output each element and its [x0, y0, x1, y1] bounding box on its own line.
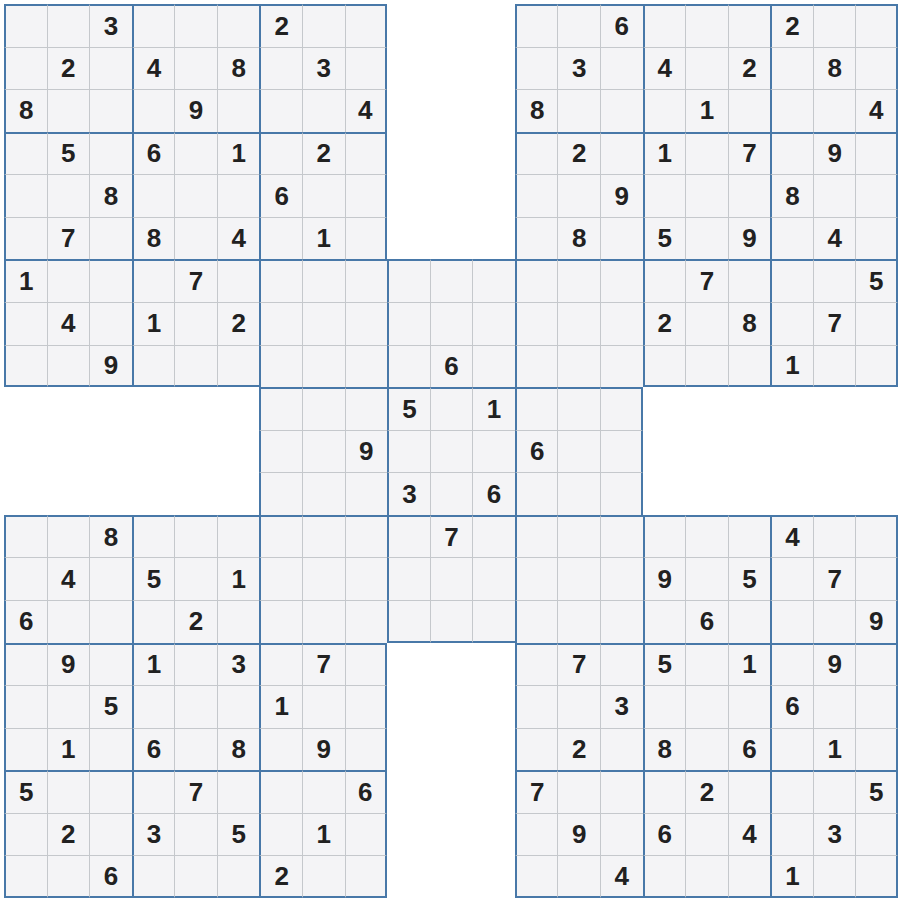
empty-cell-r10c8[interactable] [302, 387, 345, 430]
empty-cell-r8c1[interactable] [4, 302, 47, 345]
empty-cell-r1c4[interactable] [132, 4, 175, 47]
empty-cell-r12c13[interactable] [515, 472, 558, 515]
empty-cell-r1c17[interactable] [685, 4, 728, 47]
empty-cell-r1c9[interactable] [345, 4, 388, 47]
empty-cell-r18c3[interactable] [89, 728, 132, 771]
empty-cell-r4c15[interactable] [600, 132, 643, 175]
empty-cell-r4c13[interactable] [515, 132, 558, 175]
empty-cell-r9c17[interactable] [685, 345, 728, 388]
given-cell-r4c18: 7 [728, 132, 771, 175]
empty-cell-r7c2[interactable] [47, 259, 90, 302]
empty-cell-r16c19[interactable] [770, 643, 813, 686]
given-cell-r4c8: 2 [302, 132, 345, 175]
void-cell-r16c12 [472, 643, 515, 686]
empty-cell-r7c9[interactable] [345, 259, 388, 302]
empty-cell-r3c19[interactable] [770, 89, 813, 132]
empty-cell-r4c9[interactable] [345, 132, 388, 175]
empty-cell-r2c15[interactable] [600, 47, 643, 90]
empty-cell-r13c1[interactable] [4, 515, 47, 558]
given-cell-r5c15: 9 [600, 174, 643, 217]
empty-cell-r8c3[interactable] [89, 302, 132, 345]
empty-cell-r13c21[interactable] [855, 515, 898, 558]
empty-cell-r17c8[interactable] [302, 685, 345, 728]
empty-cell-r11c11[interactable] [430, 430, 473, 473]
empty-cell-r20c1[interactable] [4, 813, 47, 856]
empty-cell-r14c1[interactable] [4, 557, 47, 600]
empty-cell-r13c14[interactable] [557, 515, 600, 558]
empty-cell-r5c5[interactable] [174, 174, 217, 217]
empty-cell-r17c20[interactable] [813, 685, 856, 728]
empty-cell-r8c5[interactable] [174, 302, 217, 345]
empty-cell-r1c14[interactable] [557, 4, 600, 47]
empty-cell-r6c13[interactable] [515, 217, 558, 260]
empty-cell-r1c2[interactable] [47, 4, 90, 47]
empty-cell-r21c8[interactable] [302, 855, 345, 898]
empty-cell-r2c21[interactable] [855, 47, 898, 90]
empty-cell-r5c8[interactable] [302, 174, 345, 217]
empty-cell-r19c8[interactable] [302, 770, 345, 813]
empty-cell-r13c9[interactable] [345, 515, 388, 558]
empty-cell-r11c7[interactable] [259, 430, 302, 473]
empty-cell-r18c5[interactable] [174, 728, 217, 771]
empty-cell-r12c9[interactable] [345, 472, 388, 515]
empty-cell-r3c8[interactable] [302, 89, 345, 132]
empty-cell-r16c21[interactable] [855, 643, 898, 686]
void-cell-r3c11 [430, 89, 473, 132]
empty-cell-r5c18[interactable] [728, 174, 771, 217]
void-cell-r11c21 [855, 430, 898, 473]
empty-cell-r8c9[interactable] [345, 302, 388, 345]
empty-cell-r14c17[interactable] [685, 557, 728, 600]
empty-cell-r8c14[interactable] [557, 302, 600, 345]
empty-cell-r3c18[interactable] [728, 89, 771, 132]
empty-cell-r19c19[interactable] [770, 770, 813, 813]
empty-cell-r10c11[interactable] [430, 387, 473, 430]
empty-cell-r8c13[interactable] [515, 302, 558, 345]
empty-cell-r19c14[interactable] [557, 770, 600, 813]
empty-cell-r9c4[interactable] [132, 345, 175, 388]
empty-cell-r16c9[interactable] [345, 643, 388, 686]
empty-cell-r18c19[interactable] [770, 728, 813, 771]
given-cell-r20c6: 5 [217, 813, 260, 856]
empty-cell-r20c15[interactable] [600, 813, 643, 856]
empty-cell-r8c12[interactable] [472, 302, 515, 345]
empty-cell-r17c13[interactable] [515, 685, 558, 728]
empty-cell-r17c18[interactable] [728, 685, 771, 728]
empty-cell-r3c3[interactable] [89, 89, 132, 132]
given-cell-r4c20: 9 [813, 132, 856, 175]
empty-cell-r20c7[interactable] [259, 813, 302, 856]
given-cell-r9c19: 1 [770, 345, 813, 388]
given-cell-r16c8: 7 [302, 643, 345, 686]
empty-cell-r7c6[interactable] [217, 259, 260, 302]
empty-cell-r9c21[interactable] [855, 345, 898, 388]
empty-cell-r14c5[interactable] [174, 557, 217, 600]
void-cell-r1c12 [472, 4, 515, 47]
empty-cell-r20c3[interactable] [89, 813, 132, 856]
empty-cell-r5c6[interactable] [217, 174, 260, 217]
empty-cell-r3c7[interactable] [259, 89, 302, 132]
empty-cell-r13c12[interactable] [472, 515, 515, 558]
empty-cell-r12c8[interactable] [302, 472, 345, 515]
empty-cell-r21c21[interactable] [855, 855, 898, 898]
given-cell-r7c5: 7 [174, 259, 217, 302]
empty-cell-r20c13[interactable] [515, 813, 558, 856]
empty-cell-r15c4[interactable] [132, 600, 175, 643]
empty-cell-r6c15[interactable] [600, 217, 643, 260]
empty-cell-r13c6[interactable] [217, 515, 260, 558]
void-cell-r12c1 [4, 472, 47, 515]
given-cell-r6c8: 1 [302, 217, 345, 260]
empty-cell-r2c13[interactable] [515, 47, 558, 90]
empty-cell-r15c10[interactable] [387, 600, 430, 643]
empty-cell-r7c20[interactable] [813, 259, 856, 302]
empty-cell-r12c15[interactable] [600, 472, 643, 515]
empty-cell-r16c13[interactable] [515, 643, 558, 686]
given-cell-r8c20: 7 [813, 302, 856, 345]
empty-cell-r14c12[interactable] [472, 557, 515, 600]
empty-cell-r20c9[interactable] [345, 813, 388, 856]
empty-cell-r9c15[interactable] [600, 345, 643, 388]
empty-cell-r17c6[interactable] [217, 685, 260, 728]
empty-cell-r14c15[interactable] [600, 557, 643, 600]
given-cell-r11c13: 6 [515, 430, 558, 473]
empty-cell-r17c5[interactable] [174, 685, 217, 728]
empty-cell-r5c1[interactable] [4, 174, 47, 217]
empty-cell-r3c4[interactable] [132, 89, 175, 132]
empty-cell-r19c18[interactable] [728, 770, 771, 813]
empty-cell-r6c5[interactable] [174, 217, 217, 260]
empty-cell-r6c7[interactable] [259, 217, 302, 260]
empty-cell-r14c11[interactable] [430, 557, 473, 600]
empty-cell-r9c16[interactable] [643, 345, 686, 388]
void-cell-r4c12 [472, 132, 515, 175]
empty-cell-r21c4[interactable] [132, 855, 175, 898]
given-cell-r5c7: 6 [259, 174, 302, 217]
empty-cell-r14c10[interactable] [387, 557, 430, 600]
empty-cell-r9c14[interactable] [557, 345, 600, 388]
empty-cell-r17c21[interactable] [855, 685, 898, 728]
empty-cell-r9c6[interactable] [217, 345, 260, 388]
empty-cell-r15c18[interactable] [728, 600, 771, 643]
given-cell-r18c16: 8 [643, 728, 686, 771]
empty-cell-r15c13[interactable] [515, 600, 558, 643]
empty-cell-r9c5[interactable] [174, 345, 217, 388]
empty-cell-r4c1[interactable] [4, 132, 47, 175]
empty-cell-r4c17[interactable] [685, 132, 728, 175]
empty-cell-r12c7[interactable] [259, 472, 302, 515]
empty-cell-r6c19[interactable] [770, 217, 813, 260]
empty-cell-r5c2[interactable] [47, 174, 90, 217]
empty-cell-r9c20[interactable] [813, 345, 856, 388]
empty-cell-r2c7[interactable] [259, 47, 302, 90]
empty-cell-r19c15[interactable] [600, 770, 643, 813]
empty-cell-r21c5[interactable] [174, 855, 217, 898]
empty-cell-r14c13[interactable] [515, 557, 558, 600]
empty-cell-r16c5[interactable] [174, 643, 217, 686]
empty-cell-r13c7[interactable] [259, 515, 302, 558]
empty-cell-r15c14[interactable] [557, 600, 600, 643]
void-cell-r10c19 [770, 387, 813, 430]
empty-cell-r15c3[interactable] [89, 600, 132, 643]
empty-cell-r18c17[interactable] [685, 728, 728, 771]
empty-cell-r4c5[interactable] [174, 132, 217, 175]
empty-cell-r15c16[interactable] [643, 600, 686, 643]
empty-cell-r8c8[interactable] [302, 302, 345, 345]
empty-cell-r7c12[interactable] [472, 259, 515, 302]
empty-cell-r5c17[interactable] [685, 174, 728, 217]
empty-cell-r19c20[interactable] [813, 770, 856, 813]
empty-cell-r15c2[interactable] [47, 600, 90, 643]
empty-cell-r20c19[interactable] [770, 813, 813, 856]
empty-cell-r15c9[interactable] [345, 600, 388, 643]
empty-cell-r7c15[interactable] [600, 259, 643, 302]
empty-cell-r8c11[interactable] [430, 302, 473, 345]
empty-cell-r1c21[interactable] [855, 4, 898, 47]
void-cell-r21c10 [387, 855, 430, 898]
empty-cell-r18c13[interactable] [515, 728, 558, 771]
empty-cell-r20c5[interactable] [174, 813, 217, 856]
empty-cell-r7c16[interactable] [643, 259, 686, 302]
empty-cell-r21c17[interactable] [685, 855, 728, 898]
empty-cell-r10c14[interactable] [557, 387, 600, 430]
empty-cell-r21c18[interactable] [728, 855, 771, 898]
empty-cell-r3c20[interactable] [813, 89, 856, 132]
empty-cell-r4c21[interactable] [855, 132, 898, 175]
empty-cell-r15c19[interactable] [770, 600, 813, 643]
empty-cell-r6c9[interactable] [345, 217, 388, 260]
empty-cell-r13c10[interactable] [387, 515, 430, 558]
empty-cell-r9c8[interactable] [302, 345, 345, 388]
empty-cell-r15c11[interactable] [430, 600, 473, 643]
empty-cell-r13c4[interactable] [132, 515, 175, 558]
empty-cell-r9c10[interactable] [387, 345, 430, 388]
given-cell-r4c14: 2 [557, 132, 600, 175]
empty-cell-r8c10[interactable] [387, 302, 430, 345]
empty-cell-r13c8[interactable] [302, 515, 345, 558]
empty-cell-r17c4[interactable] [132, 685, 175, 728]
given-cell-r14c16: 9 [643, 557, 686, 600]
empty-cell-r5c14[interactable] [557, 174, 600, 217]
empty-cell-r13c5[interactable] [174, 515, 217, 558]
empty-cell-r16c17[interactable] [685, 643, 728, 686]
empty-cell-r7c11[interactable] [430, 259, 473, 302]
empty-cell-r12c14[interactable] [557, 472, 600, 515]
empty-cell-r3c15[interactable] [600, 89, 643, 132]
given-cell-r14c18: 5 [728, 557, 771, 600]
empty-cell-r17c1[interactable] [4, 685, 47, 728]
empty-cell-r11c8[interactable] [302, 430, 345, 473]
empty-cell-r13c18[interactable] [728, 515, 771, 558]
empty-cell-r10c15[interactable] [600, 387, 643, 430]
empty-cell-r17c2[interactable] [47, 685, 90, 728]
empty-cell-r16c15[interactable] [600, 643, 643, 686]
empty-cell-r2c3[interactable] [89, 47, 132, 90]
empty-cell-r3c2[interactable] [47, 89, 90, 132]
empty-cell-r11c12[interactable] [472, 430, 515, 473]
empty-cell-r6c17[interactable] [685, 217, 728, 260]
empty-cell-r6c21[interactable] [855, 217, 898, 260]
empty-cell-r10c9[interactable] [345, 387, 388, 430]
empty-cell-r16c1[interactable] [4, 643, 47, 686]
given-cell-r8c4: 1 [132, 302, 175, 345]
empty-cell-r14c19[interactable] [770, 557, 813, 600]
empty-cell-r19c2[interactable] [47, 770, 90, 813]
empty-cell-r7c3[interactable] [89, 259, 132, 302]
empty-cell-r13c2[interactable] [47, 515, 90, 558]
empty-cell-r5c13[interactable] [515, 174, 558, 217]
empty-cell-r21c2[interactable] [47, 855, 90, 898]
empty-cell-r9c12[interactable] [472, 345, 515, 388]
empty-cell-r15c6[interactable] [217, 600, 260, 643]
empty-cell-r1c8[interactable] [302, 4, 345, 47]
given-cell-r18c18: 6 [728, 728, 771, 771]
empty-cell-r21c6[interactable] [217, 855, 260, 898]
empty-cell-r7c10[interactable] [387, 259, 430, 302]
empty-cell-r15c7[interactable] [259, 600, 302, 643]
empty-cell-r7c13[interactable] [515, 259, 558, 302]
empty-cell-r15c12[interactable] [472, 600, 515, 643]
empty-cell-r15c20[interactable] [813, 600, 856, 643]
empty-cell-r16c3[interactable] [89, 643, 132, 686]
given-cell-r19c5: 7 [174, 770, 217, 813]
empty-cell-r21c9[interactable] [345, 855, 388, 898]
empty-cell-r5c16[interactable] [643, 174, 686, 217]
given-cell-r16c18: 1 [728, 643, 771, 686]
empty-cell-r9c2[interactable] [47, 345, 90, 388]
empty-cell-r15c15[interactable] [600, 600, 643, 643]
empty-cell-r21c14[interactable] [557, 855, 600, 898]
empty-cell-r15c8[interactable] [302, 600, 345, 643]
empty-cell-r11c14[interactable] [557, 430, 600, 473]
empty-cell-r9c9[interactable] [345, 345, 388, 388]
empty-cell-r12c11[interactable] [430, 472, 473, 515]
empty-cell-r13c20[interactable] [813, 515, 856, 558]
empty-cell-r5c21[interactable] [855, 174, 898, 217]
empty-cell-r7c8[interactable] [302, 259, 345, 302]
empty-cell-r6c3[interactable] [89, 217, 132, 260]
empty-cell-r9c18[interactable] [728, 345, 771, 388]
empty-cell-r4c19[interactable] [770, 132, 813, 175]
empty-cell-r1c5[interactable] [174, 4, 217, 47]
empty-cell-r1c6[interactable] [217, 4, 260, 47]
empty-cell-r8c21[interactable] [855, 302, 898, 345]
empty-cell-r8c15[interactable] [600, 302, 643, 345]
given-cell-r6c20: 4 [813, 217, 856, 260]
void-cell-r10c21 [855, 387, 898, 430]
empty-cell-r13c16[interactable] [643, 515, 686, 558]
empty-cell-r13c17[interactable] [685, 515, 728, 558]
empty-cell-r2c19[interactable] [770, 47, 813, 90]
empty-cell-r21c13[interactable] [515, 855, 558, 898]
empty-cell-r14c14[interactable] [557, 557, 600, 600]
empty-cell-r17c16[interactable] [643, 685, 686, 728]
empty-cell-r19c7[interactable] [259, 770, 302, 813]
empty-cell-r16c7[interactable] [259, 643, 302, 686]
empty-cell-r5c9[interactable] [345, 174, 388, 217]
empty-cell-r14c8[interactable] [302, 557, 345, 600]
empty-cell-r17c14[interactable] [557, 685, 600, 728]
empty-cell-r13c15[interactable] [600, 515, 643, 558]
empty-cell-r7c18[interactable] [728, 259, 771, 302]
void-cell-r10c4 [132, 387, 175, 430]
empty-cell-r2c9[interactable] [345, 47, 388, 90]
empty-cell-r7c14[interactable] [557, 259, 600, 302]
empty-cell-r19c16[interactable] [643, 770, 686, 813]
empty-cell-r4c7[interactable] [259, 132, 302, 175]
empty-cell-r18c1[interactable] [4, 728, 47, 771]
empty-cell-r3c14[interactable] [557, 89, 600, 132]
empty-cell-r18c7[interactable] [259, 728, 302, 771]
empty-cell-r8c7[interactable] [259, 302, 302, 345]
empty-cell-r2c5[interactable] [174, 47, 217, 90]
empty-cell-r8c17[interactable] [685, 302, 728, 345]
empty-cell-r18c21[interactable] [855, 728, 898, 771]
given-cell-r3c1: 8 [4, 89, 47, 132]
empty-cell-r17c9[interactable] [345, 685, 388, 728]
empty-cell-r19c3[interactable] [89, 770, 132, 813]
empty-cell-r1c18[interactable] [728, 4, 771, 47]
empty-cell-r10c13[interactable] [515, 387, 558, 430]
empty-cell-r14c21[interactable] [855, 557, 898, 600]
empty-cell-r5c4[interactable] [132, 174, 175, 217]
empty-cell-r2c1[interactable] [4, 47, 47, 90]
empty-cell-r10c7[interactable] [259, 387, 302, 430]
empty-cell-r7c19[interactable] [770, 259, 813, 302]
given-cell-r5c19: 8 [770, 174, 813, 217]
empty-cell-r11c15[interactable] [600, 430, 643, 473]
empty-cell-r21c1[interactable] [4, 855, 47, 898]
given-cell-r3c9: 4 [345, 89, 388, 132]
empty-cell-r9c1[interactable] [4, 345, 47, 388]
empty-cell-r5c20[interactable] [813, 174, 856, 217]
empty-cell-r18c15[interactable] [600, 728, 643, 771]
empty-cell-r14c3[interactable] [89, 557, 132, 600]
empty-cell-r8c19[interactable] [770, 302, 813, 345]
empty-cell-r2c17[interactable] [685, 47, 728, 90]
empty-cell-r3c6[interactable] [217, 89, 260, 132]
empty-cell-r14c9[interactable] [345, 557, 388, 600]
empty-cell-r17c17[interactable] [685, 685, 728, 728]
empty-cell-r19c4[interactable] [132, 770, 175, 813]
given-cell-r10c12: 1 [472, 387, 515, 430]
empty-cell-r11c10[interactable] [387, 430, 430, 473]
empty-cell-r9c13[interactable] [515, 345, 558, 388]
empty-cell-r20c21[interactable] [855, 813, 898, 856]
empty-cell-r18c9[interactable] [345, 728, 388, 771]
empty-cell-r1c20[interactable] [813, 4, 856, 47]
empty-cell-r1c13[interactable] [515, 4, 558, 47]
empty-cell-r14c7[interactable] [259, 557, 302, 600]
empty-cell-r20c17[interactable] [685, 813, 728, 856]
empty-cell-r21c16[interactable] [643, 855, 686, 898]
empty-cell-r3c16[interactable] [643, 89, 686, 132]
void-cell-r6c10 [387, 217, 430, 260]
empty-cell-r21c20[interactable] [813, 855, 856, 898]
empty-cell-r9c7[interactable] [259, 345, 302, 388]
empty-cell-r7c4[interactable] [132, 259, 175, 302]
given-cell-r18c20: 1 [813, 728, 856, 771]
empty-cell-r6c1[interactable] [4, 217, 47, 260]
given-cell-r4c16: 1 [643, 132, 686, 175]
empty-cell-r7c7[interactable] [259, 259, 302, 302]
empty-cell-r19c6[interactable] [217, 770, 260, 813]
empty-cell-r1c16[interactable] [643, 4, 686, 47]
given-cell-r2c8: 3 [302, 47, 345, 90]
empty-cell-r1c1[interactable] [4, 4, 47, 47]
empty-cell-r13c13[interactable] [515, 515, 558, 558]
empty-cell-r4c3[interactable] [89, 132, 132, 175]
